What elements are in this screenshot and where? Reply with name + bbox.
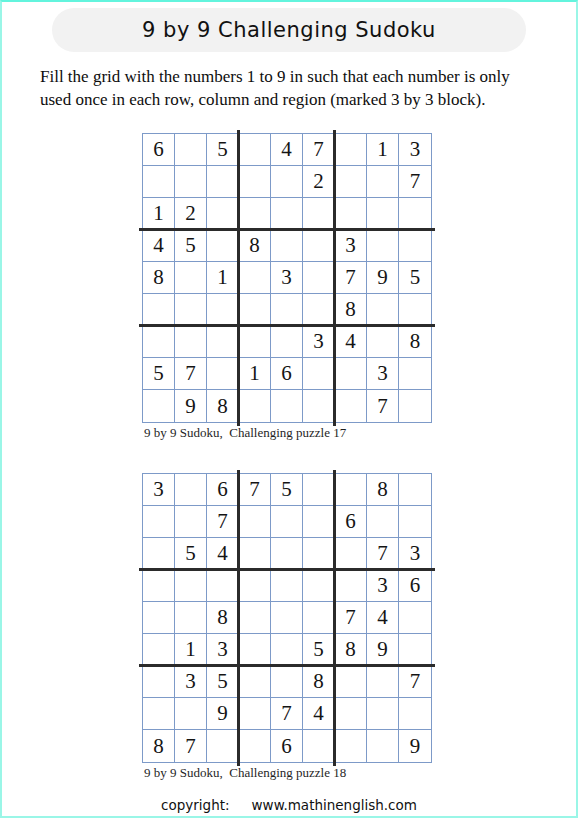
sudoku-cell-r9c1 [143,390,175,422]
sudoku-cell-r8c6 [303,358,335,390]
sudoku-cell-r8c4: 1 [239,358,271,390]
sudoku-cell-r7c2: 3 [175,666,207,698]
sudoku-cell-r7c2 [175,326,207,358]
sudoku-cell-r8c8: 3 [367,358,399,390]
block-divider-vertical [333,130,336,426]
sudoku-cell-r5c8: 9 [367,262,399,294]
sudoku-cell-r7c7 [335,666,367,698]
sudoku-cell-r7c9: 8 [399,326,431,358]
sudoku-cell-r9c5: 6 [271,730,303,762]
sudoku-cell-r8c6: 4 [303,698,335,730]
sudoku-cell-r7c3 [207,326,239,358]
sudoku-cell-r8c2 [175,698,207,730]
sudoku-cell-r1c7 [335,134,367,166]
sudoku-cell-r6c1 [143,634,175,666]
sudoku-cell-r6c5 [271,294,303,326]
sudoku-cell-r2c9: 7 [399,166,431,198]
sudoku-cell-r3c1: 1 [143,198,175,230]
sudoku-cell-r8c7 [335,358,367,390]
sudoku-cell-r5c6 [303,602,335,634]
sudoku-cell-r6c8 [367,294,399,326]
sudoku-cell-r2c4 [239,166,271,198]
sudoku-cell-r1c6 [303,474,335,506]
sudoku-cell-r9c2: 9 [175,390,207,422]
sudoku-board-puzzle-18: 36758765473368741358935879748769 [142,473,432,763]
sudoku-cell-r8c3 [207,358,239,390]
sudoku-board-puzzle-17: 65471327124583813795834857163987 [142,133,432,423]
sudoku-cell-r1c9: 3 [399,134,431,166]
sudoku-cell-r5c2 [175,602,207,634]
sudoku-cell-r1c5: 5 [271,474,303,506]
sudoku-cell-r1c4 [239,134,271,166]
sudoku-cell-r4c8: 3 [367,570,399,602]
sudoku-cell-r1c4: 7 [239,474,271,506]
sudoku-cell-r1c2 [175,134,207,166]
sudoku-cell-r5c3: 1 [207,262,239,294]
sudoku-cell-r5c7: 7 [335,602,367,634]
sudoku-cell-r5c8: 4 [367,602,399,634]
sudoku-cell-r4c1 [143,570,175,602]
sudoku-cell-r8c9 [399,358,431,390]
sudoku-cell-r9c3 [207,730,239,762]
sudoku-cell-r4c4: 8 [239,230,271,262]
sudoku-cell-r2c5 [271,166,303,198]
sudoku-cell-r5c4 [239,262,271,294]
sudoku-cell-r3c8 [367,198,399,230]
sudoku-cell-r6c5 [271,634,303,666]
sudoku-cell-r3c2: 5 [175,538,207,570]
sudoku-cell-r5c9: 5 [399,262,431,294]
sudoku-cell-r2c1 [143,166,175,198]
sudoku-cell-r2c4 [239,506,271,538]
instructions: Fill the grid with the numbers 1 to 9 in… [40,65,550,111]
block-divider-horizontal [139,228,435,231]
sudoku-cell-r3c1 [143,538,175,570]
sudoku-cell-r1c3: 6 [207,474,239,506]
sudoku-cell-r8c8 [367,698,399,730]
sudoku-cell-r7c6: 8 [303,666,335,698]
sudoku-cell-r8c3: 9 [207,698,239,730]
sudoku-cell-r5c5: 3 [271,262,303,294]
sudoku-cell-r6c6 [303,294,335,326]
sudoku-cell-r9c8 [367,730,399,762]
sudoku-cell-r6c1 [143,294,175,326]
sudoku-cell-r7c3: 5 [207,666,239,698]
sudoku-cell-r6c7: 8 [335,634,367,666]
sudoku-cell-r7c9: 7 [399,666,431,698]
sudoku-cell-r9c7 [335,730,367,762]
sudoku-cell-r9c2: 7 [175,730,207,762]
sudoku-cell-r3c8: 7 [367,538,399,570]
sudoku-cell-r4c3 [207,570,239,602]
sudoku-cell-r2c8 [367,506,399,538]
sudoku-cell-r4c7 [335,570,367,602]
sudoku-cell-r2c2 [175,166,207,198]
title-pill: 9 by 9 Challenging Sudoku [52,8,526,52]
sudoku-cell-r3c7 [335,538,367,570]
instructions-line-2: used once in each row, column and region… [40,88,550,111]
sudoku-cell-r4c5 [271,570,303,602]
sudoku-cell-r8c7 [335,698,367,730]
sudoku-cell-r2c7: 6 [335,506,367,538]
sudoku-cell-r3c9: 3 [399,538,431,570]
sudoku-cell-r6c8: 9 [367,634,399,666]
sudoku-cell-r9c9 [399,390,431,422]
sudoku-cell-r8c9 [399,698,431,730]
sudoku-cell-r7c8 [367,666,399,698]
block-divider-vertical [237,470,240,766]
sudoku-cell-r2c7 [335,166,367,198]
sudoku-cell-r1c6: 7 [303,134,335,166]
sudoku-cell-r8c4 [239,698,271,730]
sudoku-cell-r4c3 [207,230,239,262]
sudoku-cell-r7c5 [271,326,303,358]
sudoku-cell-r4c2 [175,570,207,602]
sudoku-cell-r3c2: 2 [175,198,207,230]
sudoku-cell-r4c2: 5 [175,230,207,262]
sudoku-cell-r3c9 [399,198,431,230]
sudoku-cell-r9c4 [239,390,271,422]
sudoku-cell-r3c6 [303,538,335,570]
sudoku-cell-r5c7: 7 [335,262,367,294]
sudoku-cell-r2c6 [303,506,335,538]
sudoku-cell-r9c9: 9 [399,730,431,762]
sudoku-cell-r9c8: 7 [367,390,399,422]
sudoku-cell-r4c6 [303,570,335,602]
sudoku-cell-r2c6: 2 [303,166,335,198]
sudoku-cell-r6c6: 5 [303,634,335,666]
sudoku-cell-r7c6: 3 [303,326,335,358]
copyright-url: www.mathinenglish.com [252,797,417,813]
sudoku-cell-r5c9 [399,602,431,634]
sudoku-cell-r2c8 [367,166,399,198]
sudoku-cell-r4c6 [303,230,335,262]
sudoku-cell-r3c6 [303,198,335,230]
sudoku-cell-r2c9 [399,506,431,538]
sudoku-cell-r2c3 [207,166,239,198]
sudoku-cell-r8c5: 7 [271,698,303,730]
sudoku-cell-r6c3: 3 [207,634,239,666]
sudoku-cell-r5c1: 8 [143,262,175,294]
sudoku-cell-r9c7 [335,390,367,422]
sudoku-cell-r1c8: 8 [367,474,399,506]
sudoku-cell-r4c9 [399,230,431,262]
sudoku-cell-r3c3 [207,198,239,230]
sudoku-cell-r9c3: 8 [207,390,239,422]
sudoku-cell-r8c1: 5 [143,358,175,390]
sudoku-cell-r5c6 [303,262,335,294]
sudoku-cell-r7c4 [239,666,271,698]
sudoku-cell-r7c4 [239,326,271,358]
block-divider-horizontal [139,324,435,327]
sudoku-cell-r7c1 [143,666,175,698]
sudoku-cell-r7c8 [367,326,399,358]
sudoku-cell-r9c6 [303,390,335,422]
sudoku-cell-r9c1: 8 [143,730,175,762]
sudoku-cell-r1c1: 6 [143,134,175,166]
sudoku-cell-r1c3: 5 [207,134,239,166]
sudoku-cell-r1c8: 1 [367,134,399,166]
sudoku-cell-r7c1 [143,326,175,358]
sudoku-cell-r7c5 [271,666,303,698]
sudoku-cell-r3c5 [271,538,303,570]
sudoku-cell-r2c2 [175,506,207,538]
sudoku-cell-r6c9 [399,634,431,666]
sudoku-cell-r1c7 [335,474,367,506]
sudoku-cell-r8c2: 7 [175,358,207,390]
sudoku-cell-r5c2 [175,262,207,294]
sudoku-cell-r2c3: 7 [207,506,239,538]
sudoku-cell-r7c7: 4 [335,326,367,358]
sudoku-cell-r6c4 [239,634,271,666]
sudoku-cell-r6c2 [175,294,207,326]
sudoku-cell-r5c4 [239,602,271,634]
sudoku-cell-r5c5 [271,602,303,634]
page-title: 9 by 9 Challenging Sudoku [142,18,436,42]
sudoku-cell-r1c1: 3 [143,474,175,506]
instructions-line-1: Fill the grid with the numbers 1 to 9 in… [40,65,550,88]
sudoku-cell-r1c2 [175,474,207,506]
sudoku-cell-r9c6 [303,730,335,762]
sudoku-cell-r4c4 [239,570,271,602]
sudoku-cell-r5c3: 8 [207,602,239,634]
sudoku-cell-r3c5 [271,198,303,230]
sudoku-cell-r4c9: 6 [399,570,431,602]
sudoku-cell-r4c1: 4 [143,230,175,262]
block-divider-vertical [237,130,240,426]
sudoku-cell-r4c8 [367,230,399,262]
sudoku-cell-r9c5 [271,390,303,422]
sudoku-cell-r3c7 [335,198,367,230]
sudoku-cell-r4c5 [271,230,303,262]
sudoku-cell-r8c1 [143,698,175,730]
block-divider-horizontal [139,664,435,667]
sudoku-cell-r6c7: 8 [335,294,367,326]
block-divider-vertical [333,470,336,766]
sudoku-cell-r5c1 [143,602,175,634]
copyright-label: copyright: [161,797,230,813]
sudoku-cell-r6c3 [207,294,239,326]
sudoku-cell-r2c5 [271,506,303,538]
copyright-line: copyright:www.mathinenglish.com [2,797,576,813]
sudoku-cell-r3c4 [239,198,271,230]
sudoku-cell-r3c3: 4 [207,538,239,570]
sudoku-cell-r8c5: 6 [271,358,303,390]
sudoku-cell-r6c9 [399,294,431,326]
sudoku-cell-r1c9 [399,474,431,506]
caption-puzzle-17: 9 by 9 Sudoku, Challenging puzzle 17 [144,425,576,440]
sudoku-cell-r1c5: 4 [271,134,303,166]
sudoku-cell-r4c7: 3 [335,230,367,262]
sudoku-cell-r6c4 [239,294,271,326]
block-divider-horizontal [139,568,435,571]
sudoku-cell-r2c1 [143,506,175,538]
sudoku-cell-r9c4 [239,730,271,762]
sudoku-cell-r6c2: 1 [175,634,207,666]
sudoku-cell-r3c4 [239,538,271,570]
worksheet-page: 9 by 9 Challenging Sudoku Fill the grid … [0,0,578,818]
caption-puzzle-18: 9 by 9 Sudoku, Challenging puzzle 18 [144,765,576,780]
